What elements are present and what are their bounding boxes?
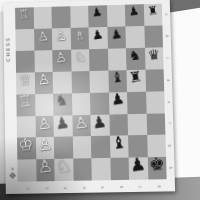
rank-label-3: 3	[60, 179, 68, 198]
square-g5[interactable]	[91, 136, 110, 158]
rank-labels-bottom: 12345678	[18, 182, 167, 193]
board-grid: ♖♟♟♜♙♙♗♟♟♙♘♞♛♕♙♝♜♖♞♟♙♟♙♟♔♙♝♙♘♟♚	[15, 4, 167, 182]
piece-black-pawn-f5[interactable]: ♟	[89, 110, 111, 134]
square-a1[interactable]: ♖	[15, 7, 34, 29]
piece-black-bishop-g6[interactable]: ♝	[108, 132, 130, 157]
square-c5[interactable]	[89, 49, 108, 71]
file-label-b: b	[156, 32, 178, 40]
piece-black-knight-e3[interactable]: ♞	[51, 89, 72, 113]
square-d5[interactable]	[89, 70, 108, 92]
piece-black-rook-d7[interactable]: ♜	[125, 65, 147, 89]
piece-white-pawn-d2[interactable]: ♙	[33, 68, 54, 92]
square-g4[interactable]	[72, 136, 91, 158]
square-c3[interactable]: ♙	[52, 49, 71, 71]
square-e1[interactable]: ♖	[16, 94, 35, 116]
rank-label-8: 8	[153, 177, 162, 196]
piece-black-pawn-b6[interactable]: ♟	[105, 22, 126, 46]
square-g1[interactable]: ♔	[17, 138, 36, 160]
rank-label-6: 6	[116, 178, 125, 197]
piece-white-knight-c4[interactable]: ♘	[69, 45, 90, 69]
square-d4[interactable]	[71, 71, 90, 93]
square-e7[interactable]	[127, 91, 146, 113]
file-label-c: c	[157, 54, 179, 62]
square-d2[interactable]: ♙	[34, 72, 53, 94]
piece-black-pawn-e6[interactable]: ♟	[107, 88, 129, 112]
piece-black-pawn-a5[interactable]: ♟	[86, 1, 107, 25]
file-label-g: g	[159, 142, 181, 150]
square-e6[interactable]: ♟	[108, 92, 127, 114]
board-corner-logo-main: ❖	[9, 171, 17, 181]
piece-white-rook-a1[interactable]: ♖	[13, 3, 34, 27]
square-f5[interactable]: ♟	[90, 114, 109, 136]
file-label-h: h	[160, 164, 182, 172]
rank-label-4: 4	[78, 178, 86, 197]
square-f4[interactable]: ♙	[72, 114, 91, 136]
square-a7[interactable]: ♟	[125, 4, 144, 26]
square-b6[interactable]: ♟	[107, 26, 126, 48]
piece-white-rook-e1[interactable]: ♖	[15, 90, 36, 114]
file-label-f: f	[159, 120, 181, 128]
piece-white-king-g1[interactable]: ♔	[15, 134, 36, 158]
file-label-d: d	[157, 76, 179, 84]
rank-label-5: 5	[97, 178, 105, 197]
file-label-a: a	[156, 11, 178, 19]
square-b2[interactable]: ♙	[34, 28, 53, 50]
rank-label-1: 1	[23, 179, 31, 198]
board-brand-text: CHESS	[5, 36, 11, 62]
square-c4[interactable]: ♘	[71, 49, 90, 71]
rank-label-7: 7	[134, 177, 143, 196]
file-label-e: e	[158, 98, 180, 106]
square-b5[interactable]: ♟	[89, 27, 108, 49]
rank-label-2: 2	[41, 179, 49, 198]
square-f3[interactable]: ♟	[53, 115, 72, 137]
chess-board: CHESS ✦ ❖ ♖♟♟♜♙♙♗♟♟♙♘♞♛♕♙♝♜♖♞♟♙♟♙♟♔♙♝♙♘♟…	[3, 0, 175, 194]
board-corner-logo: ✦ ❖	[8, 166, 16, 180]
piece-white-knight-h3[interactable]: ♘	[53, 155, 74, 179]
chess-photo-scene: CHESS ✦ ❖ ♖♟♟♜♙♙♗♟♟♙♘♞♛♕♙♝♜♖♞♟♙♟♙♟♔♙♝♙♘♟…	[0, 0, 200, 200]
square-g6[interactable]: ♝	[109, 136, 128, 158]
piece-white-queen-d1[interactable]: ♕	[14, 68, 35, 92]
square-f7[interactable]	[128, 113, 147, 135]
square-d7[interactable]: ♜	[126, 69, 145, 91]
square-b1[interactable]	[15, 29, 34, 51]
